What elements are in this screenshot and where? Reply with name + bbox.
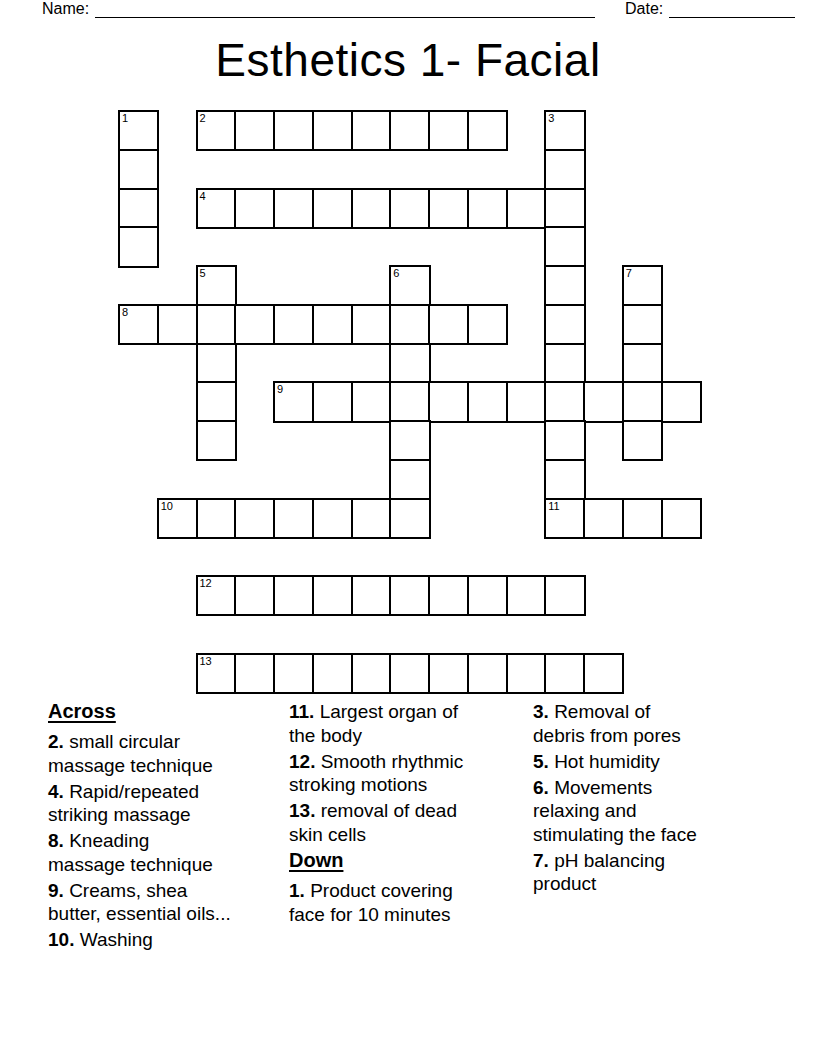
grid-cell-r7c11[interactable] [544,381,585,422]
grid-cell-r7c12[interactable] [583,381,624,422]
cell-number-4: 4 [200,190,206,202]
grid-cell-r2c10[interactable] [506,188,547,229]
grid-cell-r0c5[interactable] [312,110,353,151]
grid-cell-r0c0[interactable]: 1 [118,110,159,151]
grid-cell-r0c9[interactable] [467,110,508,151]
grid-cell-r6c13[interactable] [622,343,663,384]
grid-cell-r5c2[interactable] [196,304,237,345]
grid-cell-r5c0[interactable]: 8 [118,304,159,345]
clue-text: Washing [74,929,153,950]
grid-cell-r2c11[interactable] [544,188,585,229]
grid-cell-r0c3[interactable] [234,110,275,151]
grid-cell-r7c5[interactable] [312,381,353,422]
grid-cell-r14c4[interactable] [273,653,314,694]
down-heading: Down [289,849,521,872]
clues-column-3: 3. Removal of debris from pores 5. Hot h… [533,700,765,898]
grid-cell-r0c6[interactable] [351,110,392,151]
grid-cell-r10c6[interactable] [351,498,392,539]
grid-cell-r8c7[interactable] [389,420,430,461]
grid-cell-r12c10[interactable] [506,575,547,616]
cell-number-13: 13 [200,655,212,667]
clue-down-3: 3. Removal of debris from pores [533,700,765,747]
cell-number-3: 3 [548,112,554,124]
clue-number: 9. [48,880,64,901]
clue-text: Kneading massage technique [48,830,213,875]
grid-cell-r5c8[interactable] [428,304,469,345]
grid-cell-r7c8[interactable] [428,381,469,422]
grid-cell-r8c13[interactable] [622,420,663,461]
grid-cell-r4c2[interactable]: 5 [196,265,237,306]
grid-cell-r12c11[interactable] [544,575,585,616]
clue-across-9: 9. Creams, shea butter, essential oils..… [48,879,284,926]
grid-cell-r7c2[interactable] [196,381,237,422]
grid-cell-r14c7[interactable] [389,653,430,694]
grid-cell-r2c5[interactable] [312,188,353,229]
clue-down-6: 6. Movements relaxing and stimulating th… [533,776,765,847]
cell-number-7: 7 [626,267,632,279]
grid-cell-r14c12[interactable] [583,653,624,694]
grid-cell-r9c7[interactable] [389,459,430,500]
grid-cell-r6c2[interactable] [196,343,237,384]
grid-cell-r10c1[interactable]: 10 [157,498,198,539]
grid-cell-r14c9[interactable] [467,653,508,694]
grid-cell-r5c1[interactable] [157,304,198,345]
grid-cell-r7c13[interactable] [622,381,663,422]
grid-cell-r7c9[interactable] [467,381,508,422]
grid-cell-r0c8[interactable] [428,110,469,151]
clue-number: 8. [48,830,64,851]
clue-across-2: 2. small circular massage technique [48,730,284,777]
grid-cell-r3c11[interactable] [544,226,585,267]
grid-cell-r9c11[interactable] [544,459,585,500]
grid-cell-r14c2[interactable]: 13 [196,653,237,694]
cell-number-6: 6 [393,267,399,279]
grid-cell-r2c8[interactable] [428,188,469,229]
grid-cell-r2c4[interactable] [273,188,314,229]
clues-column-2: 11. Largest organ of the body 12. Smooth… [289,700,521,929]
grid-cell-r2c9[interactable] [467,188,508,229]
grid-cell-r10c11[interactable]: 11 [544,498,585,539]
grid-cell-r12c6[interactable] [351,575,392,616]
clue-across-12: 12. Smooth rhythmic stroking motions [289,750,521,797]
grid-cell-r7c4[interactable]: 9 [273,381,314,422]
clue-number: 5. [533,751,549,772]
grid-cell-r8c11[interactable] [544,420,585,461]
grid-cell-r4c13[interactable]: 7 [622,265,663,306]
grid-cell-r0c7[interactable] [389,110,430,151]
grid-cell-r5c11[interactable] [544,304,585,345]
grid-cell-r5c9[interactable] [467,304,508,345]
clue-number: 11. [289,701,314,722]
across-heading: Across [48,700,284,723]
grid-cell-r5c6[interactable] [351,304,392,345]
clue-text: Rapid/repeated striking massage [48,781,199,826]
grid-cell-r0c11[interactable]: 3 [544,110,585,151]
grid-cell-r5c7[interactable] [389,304,430,345]
grid-cell-r10c14[interactable] [661,498,702,539]
worksheet-page: Name: Date: Esthetics 1- Facial 12345678… [0,0,816,1056]
clue-text: small circular massage technique [48,731,213,776]
grid-cell-r4c7[interactable]: 6 [389,265,430,306]
grid-cell-r5c13[interactable] [622,304,663,345]
grid-cell-r10c7[interactable] [389,498,430,539]
clue-text: Product covering face for 10 minutes [289,880,453,925]
grid-cell-r5c3[interactable] [234,304,275,345]
grid-cell-r14c6[interactable] [351,653,392,694]
cell-number-12: 12 [200,577,212,589]
grid-cell-r2c0[interactable] [118,188,159,229]
date-label: Date: [625,0,663,18]
cell-number-2: 2 [200,112,206,124]
clue-number: 4. [48,781,64,802]
grid-cell-r10c2[interactable] [196,498,237,539]
grid-cell-r6c7[interactable] [389,343,430,384]
grid-cell-r1c11[interactable] [544,149,585,190]
clue-across-13: 13. removal of dead skin cells [289,799,521,846]
grid-cell-r12c5[interactable] [312,575,353,616]
clue-number: 10. [48,929,74,950]
grid-cell-r14c5[interactable] [312,653,353,694]
clue-across-11: 11. Largest organ of the body [289,700,521,747]
grid-cell-r12c3[interactable] [234,575,275,616]
clue-text: Movements relaxing and stimulating the f… [533,777,697,845]
grid-cell-r2c3[interactable] [234,188,275,229]
grid-cell-r14c8[interactable] [428,653,469,694]
clue-number: 1. [289,880,305,901]
grid-cell-r10c13[interactable] [622,498,663,539]
clue-text: removal of dead skin cells [289,800,457,845]
grid-cell-r0c2[interactable]: 2 [196,110,237,151]
clue-down-7: 7. pH balancing product [533,849,765,896]
grid-cell-r2c6[interactable] [351,188,392,229]
clue-number: 2. [48,731,64,752]
cell-number-8: 8 [122,306,128,318]
name-field: Name: [42,0,595,18]
grid-cell-r2c7[interactable] [389,188,430,229]
clue-down-1: 1. Product covering face for 10 minutes [289,879,521,926]
cell-number-5: 5 [200,267,206,279]
grid-cell-r12c7[interactable] [389,575,430,616]
clues-column-1: Across 2. small circular massage techniq… [48,700,284,954]
cell-number-10: 10 [161,500,173,512]
date-field: Date: [625,0,795,18]
grid-cell-r10c4[interactable] [273,498,314,539]
clue-number: 13. [289,800,315,821]
grid-cell-r14c3[interactable] [234,653,275,694]
clue-text: Smooth rhythmic stroking motions [289,751,463,796]
grid-cell-r12c9[interactable] [467,575,508,616]
name-label: Name: [42,0,89,18]
grid-cell-r7c7[interactable] [389,381,430,422]
grid-cell-r7c10[interactable] [506,381,547,422]
clue-text: Hot humidity [549,751,660,772]
clue-across-10: 10. Washing [48,928,284,952]
cell-number-11: 11 [548,500,559,512]
grid-cell-r6c11[interactable] [544,343,585,384]
clue-down-5: 5. Hot humidity [533,750,765,774]
grid-cell-r12c4[interactable] [273,575,314,616]
grid-cell-r3c0[interactable] [118,226,159,267]
grid-cell-r10c12[interactable] [583,498,624,539]
page-title: Esthetics 1- Facial [0,33,816,87]
grid-cell-r7c6[interactable] [351,381,392,422]
clue-across-8: 8. Kneading massage technique [48,829,284,876]
clue-text: pH balancing product [533,850,665,895]
date-blank-line[interactable] [669,0,795,18]
cell-number-1: 1 [122,112,128,124]
clue-number: 3. [533,701,549,722]
grid-cell-r14c10[interactable] [506,653,547,694]
grid-cell-r0c4[interactable] [273,110,314,151]
grid-cell-r5c4[interactable] [273,304,314,345]
grid-cell-r12c2[interactable]: 12 [196,575,237,616]
grid-cell-r4c11[interactable] [544,265,585,306]
grid-cell-r7c14[interactable] [661,381,702,422]
crossword-board: 12345678910111213 [118,110,699,691]
grid-cell-r10c5[interactable] [312,498,353,539]
grid-cell-r5c5[interactable] [312,304,353,345]
grid-cell-r10c3[interactable] [234,498,275,539]
clue-number: 12. [289,751,315,772]
clue-text: Largest organ of the body [289,701,458,746]
grid-cell-r12c8[interactable] [428,575,469,616]
clue-text: Creams, shea butter, essential oils... [48,880,231,925]
grid-cell-r14c11[interactable] [544,653,585,694]
name-blank-line[interactable] [95,0,595,18]
clue-text: Removal of debris from pores [533,701,681,746]
grid-cell-r1c0[interactable] [118,149,159,190]
grid-cell-r8c2[interactable] [196,420,237,461]
clue-across-4: 4. Rapid/repeated striking massage [48,780,284,827]
clue-number: 6. [533,777,549,798]
cell-number-9: 9 [277,383,283,395]
grid-cell-r2c2[interactable]: 4 [196,188,237,229]
clue-number: 7. [533,850,549,871]
